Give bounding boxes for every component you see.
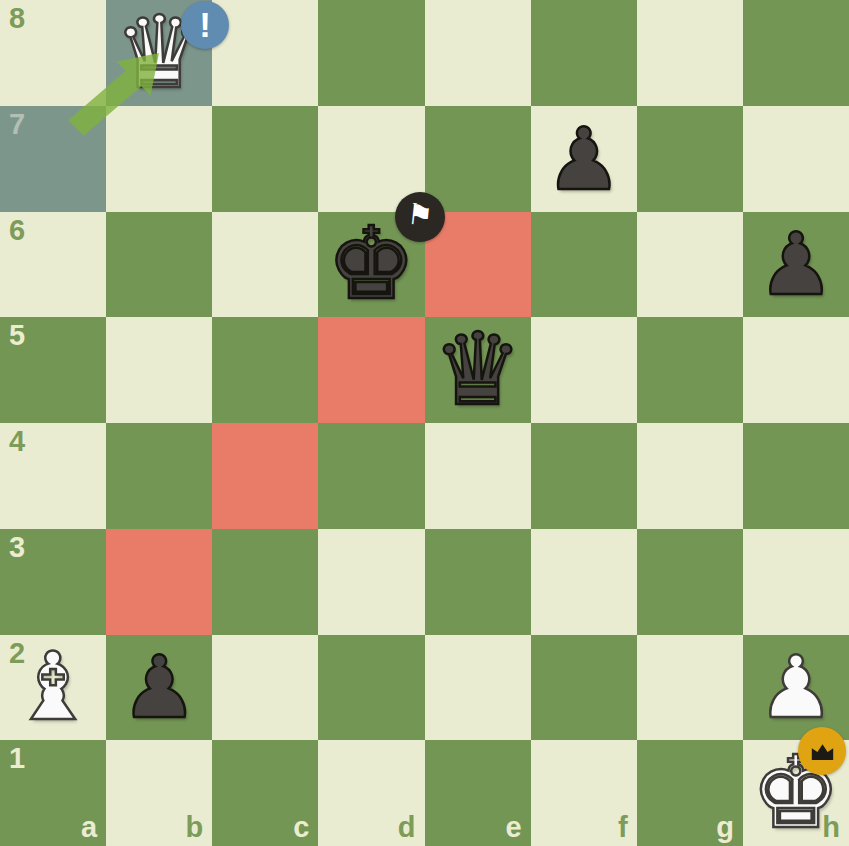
square-e8[interactable]: [425, 0, 531, 106]
square-e4[interactable]: [425, 423, 531, 529]
square-d8[interactable]: [318, 0, 424, 106]
crown-icon: [809, 741, 836, 762]
square-d1[interactable]: d: [318, 740, 424, 846]
rank-label-4: 4: [9, 427, 25, 456]
square-b5[interactable]: [106, 317, 212, 423]
file-label-e: e: [505, 813, 521, 842]
square-c4[interactable]: [212, 423, 318, 529]
file-label-c: c: [293, 813, 309, 842]
square-f7[interactable]: ♟: [531, 106, 637, 212]
square-g7[interactable]: [637, 106, 743, 212]
square-b4[interactable]: [106, 423, 212, 529]
square-f6[interactable]: [531, 212, 637, 318]
file-label-a: a: [81, 813, 97, 842]
rank-label-5: 5: [9, 321, 25, 350]
rank-label-6: 6: [9, 216, 25, 245]
square-d5[interactable]: [318, 317, 424, 423]
piece-black-pawn[interactable]: ♟: [545, 116, 622, 202]
rank-label-3: 3: [9, 533, 25, 562]
square-c1[interactable]: c: [212, 740, 318, 846]
square-g3[interactable]: [637, 529, 743, 635]
square-a7[interactable]: 7: [0, 106, 106, 212]
square-a6[interactable]: 6: [0, 212, 106, 318]
piece-black-queen[interactable]: ♛: [433, 320, 523, 420]
square-c3[interactable]: [212, 529, 318, 635]
flag-icon: ⚑: [406, 199, 435, 231]
square-g6[interactable]: [637, 212, 743, 318]
rank-label-1: 1: [9, 744, 25, 773]
square-f1[interactable]: f: [531, 740, 637, 846]
file-label-b: b: [186, 813, 204, 842]
square-f4[interactable]: [531, 423, 637, 529]
square-c8[interactable]: [212, 0, 318, 106]
square-c7[interactable]: [212, 106, 318, 212]
chess-board-panel: 8♛7♟6♚♟5♛432♝♟♟1abcdefgh♚ ! ⚑: [0, 0, 849, 846]
file-label-g: g: [716, 813, 734, 842]
square-g1[interactable]: g: [637, 740, 743, 846]
timeout-flag-badge: ⚑: [395, 192, 445, 242]
square-c6[interactable]: [212, 212, 318, 318]
square-e7[interactable]: [425, 106, 531, 212]
rank-label-7: 7: [9, 110, 25, 139]
chess-board: 8♛7♟6♚♟5♛432♝♟♟1abcdefgh♚: [0, 0, 849, 846]
great-move-badge: !: [181, 1, 229, 49]
square-h6[interactable]: ♟: [743, 212, 849, 318]
square-h5[interactable]: [743, 317, 849, 423]
square-b1[interactable]: b: [106, 740, 212, 846]
square-h3[interactable]: [743, 529, 849, 635]
square-d2[interactable]: [318, 635, 424, 741]
square-d3[interactable]: [318, 529, 424, 635]
square-f5[interactable]: [531, 317, 637, 423]
square-b3[interactable]: [106, 529, 212, 635]
square-h8[interactable]: [743, 0, 849, 106]
square-d4[interactable]: [318, 423, 424, 529]
square-b7[interactable]: [106, 106, 212, 212]
square-g5[interactable]: [637, 317, 743, 423]
square-c2[interactable]: [212, 635, 318, 741]
piece-black-pawn[interactable]: ♟: [757, 221, 834, 307]
square-f2[interactable]: [531, 635, 637, 741]
square-a2[interactable]: 2♝: [0, 635, 106, 741]
square-e1[interactable]: e: [425, 740, 531, 846]
rank-label-8: 8: [9, 4, 25, 33]
piece-white-bishop[interactable]: ♝: [11, 640, 95, 734]
piece-white-pawn[interactable]: ♟: [757, 644, 834, 730]
square-b6[interactable]: [106, 212, 212, 318]
square-a1[interactable]: 1a: [0, 740, 106, 846]
square-h7[interactable]: [743, 106, 849, 212]
square-f3[interactable]: [531, 529, 637, 635]
square-e2[interactable]: [425, 635, 531, 741]
square-c5[interactable]: [212, 317, 318, 423]
square-b2[interactable]: ♟: [106, 635, 212, 741]
square-a3[interactable]: 3: [0, 529, 106, 635]
file-label-f: f: [618, 813, 628, 842]
square-g4[interactable]: [637, 423, 743, 529]
great-move-exclamation: !: [199, 7, 211, 42]
square-h4[interactable]: [743, 423, 849, 529]
winner-crown-badge: [798, 727, 846, 775]
piece-black-pawn[interactable]: ♟: [121, 644, 198, 730]
square-a4[interactable]: 4: [0, 423, 106, 529]
square-g2[interactable]: [637, 635, 743, 741]
square-e5[interactable]: ♛: [425, 317, 531, 423]
square-a8[interactable]: 8: [0, 0, 106, 106]
square-a5[interactable]: 5: [0, 317, 106, 423]
square-h2[interactable]: ♟: [743, 635, 849, 741]
square-f8[interactable]: [531, 0, 637, 106]
square-g8[interactable]: [637, 0, 743, 106]
file-label-d: d: [398, 813, 416, 842]
square-e3[interactable]: [425, 529, 531, 635]
